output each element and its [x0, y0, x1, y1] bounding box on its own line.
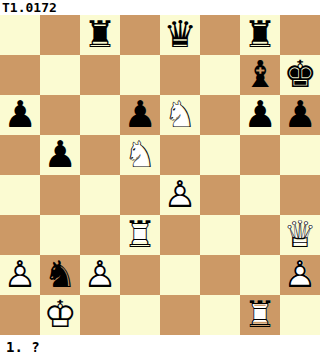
square-e3[interactable] [160, 215, 200, 255]
square-f3[interactable] [200, 215, 240, 255]
square-a2[interactable]: ♟♙ [0, 255, 40, 295]
piece-black-knight[interactable]: ♞ [40, 255, 80, 295]
square-e5[interactable] [160, 135, 200, 175]
piece-white-pawn-outline: ♙ [160, 175, 200, 215]
square-g6[interactable]: ♟ [240, 95, 280, 135]
piece-white-knight-outline: ♘ [160, 95, 200, 135]
square-g5[interactable] [240, 135, 280, 175]
square-f1[interactable] [200, 295, 240, 335]
piece-black-pawn[interactable]: ♟ [120, 95, 160, 135]
square-d5[interactable]: ♞♘ [120, 135, 160, 175]
square-d7[interactable] [120, 55, 160, 95]
square-h6[interactable]: ♟ [280, 95, 320, 135]
square-b4[interactable] [40, 175, 80, 215]
piece-white-knight-outline: ♘ [120, 135, 160, 175]
square-h8[interactable] [280, 15, 320, 55]
square-h7[interactable]: ♚ [280, 55, 320, 95]
square-a1[interactable] [0, 295, 40, 335]
square-a7[interactable] [0, 55, 40, 95]
piece-black-pawn[interactable]: ♟ [0, 95, 40, 135]
square-d4[interactable] [120, 175, 160, 215]
square-a3[interactable] [0, 215, 40, 255]
square-c4[interactable] [80, 175, 120, 215]
square-f2[interactable] [200, 255, 240, 295]
square-b8[interactable] [40, 15, 80, 55]
piece-white-pawn-outline: ♙ [80, 255, 120, 295]
chess-board: ♜♛♜♝♚♟♟♞♘♟♟♟♞♘♟♙♜♖♛♕♟♙♞♟♙♟♙♚♔♜♖ [0, 15, 320, 335]
square-a6[interactable]: ♟ [0, 95, 40, 135]
piece-black-rook[interactable]: ♜ [240, 15, 280, 55]
square-d6[interactable]: ♟ [120, 95, 160, 135]
square-h2[interactable]: ♟♙ [280, 255, 320, 295]
piece-black-rook[interactable]: ♜ [80, 15, 120, 55]
square-b5[interactable]: ♟ [40, 135, 80, 175]
piece-white-king-outline: ♔ [40, 295, 80, 335]
square-c7[interactable] [80, 55, 120, 95]
square-c1[interactable] [80, 295, 120, 335]
piece-white-rook-outline: ♖ [120, 215, 160, 255]
square-c6[interactable] [80, 95, 120, 135]
square-h4[interactable] [280, 175, 320, 215]
square-b6[interactable] [40, 95, 80, 135]
square-h1[interactable] [280, 295, 320, 335]
piece-white-queen-outline: ♕ [280, 215, 320, 255]
square-f4[interactable] [200, 175, 240, 215]
square-b3[interactable] [40, 215, 80, 255]
piece-black-pawn[interactable]: ♟ [280, 95, 320, 135]
square-g2[interactable] [240, 255, 280, 295]
square-e2[interactable] [160, 255, 200, 295]
square-e7[interactable] [160, 55, 200, 95]
square-f8[interactable] [200, 15, 240, 55]
square-g4[interactable] [240, 175, 280, 215]
square-d8[interactable] [120, 15, 160, 55]
square-a8[interactable] [0, 15, 40, 55]
square-e8[interactable]: ♛ [160, 15, 200, 55]
piece-black-pawn[interactable]: ♟ [40, 135, 80, 175]
square-g1[interactable]: ♜♖ [240, 295, 280, 335]
square-e4[interactable]: ♟♙ [160, 175, 200, 215]
piece-white-pawn-outline: ♙ [0, 255, 40, 295]
piece-black-bishop[interactable]: ♝ [240, 55, 280, 95]
piece-black-queen[interactable]: ♛ [160, 15, 200, 55]
square-c5[interactable] [80, 135, 120, 175]
square-b2[interactable]: ♞ [40, 255, 80, 295]
square-h3[interactable]: ♛♕ [280, 215, 320, 255]
square-e6[interactable]: ♞♘ [160, 95, 200, 135]
square-f7[interactable] [200, 55, 240, 95]
square-f5[interactable] [200, 135, 240, 175]
piece-white-pawn-outline: ♙ [280, 255, 320, 295]
square-g7[interactable]: ♝ [240, 55, 280, 95]
square-c3[interactable] [80, 215, 120, 255]
square-f6[interactable] [200, 95, 240, 135]
piece-white-rook-outline: ♖ [240, 295, 280, 335]
square-d3[interactable]: ♜♖ [120, 215, 160, 255]
square-b7[interactable] [40, 55, 80, 95]
puzzle-window: T1.0172 ♜♛♜♝♚♟♟♞♘♟♟♟♞♘♟♙♜♖♛♕♟♙♞♟♙♟♙♚♔♜♖ … [0, 0, 320, 360]
square-g3[interactable] [240, 215, 280, 255]
piece-black-king[interactable]: ♚ [280, 55, 320, 95]
square-h5[interactable] [280, 135, 320, 175]
square-g8[interactable]: ♜ [240, 15, 280, 55]
square-d2[interactable] [120, 255, 160, 295]
square-c8[interactable]: ♜ [80, 15, 120, 55]
square-b1[interactable]: ♚♔ [40, 295, 80, 335]
piece-black-pawn[interactable]: ♟ [240, 95, 280, 135]
square-a5[interactable] [0, 135, 40, 175]
square-c2[interactable]: ♟♙ [80, 255, 120, 295]
move-prompt: 1. ? [0, 335, 320, 360]
square-a4[interactable] [0, 175, 40, 215]
square-d1[interactable] [120, 295, 160, 335]
square-e1[interactable] [160, 295, 200, 335]
